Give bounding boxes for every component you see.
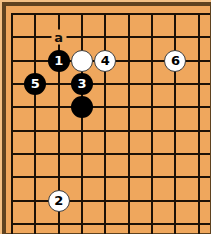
intersection-c1-r8 xyxy=(0,166,23,189)
intersection-c5-r10 xyxy=(94,212,117,234)
black-stone-3: 3 xyxy=(71,73,93,95)
intersection-c2-r9 xyxy=(24,189,47,212)
intersection-c9-r3 xyxy=(187,49,210,72)
intersection-c8-r8 xyxy=(164,166,187,189)
intersection-c1-r5 xyxy=(0,96,23,119)
intersection-c8-r1 xyxy=(164,2,187,25)
intersection-c3-r7 xyxy=(47,142,70,165)
intersection-c6-r7 xyxy=(117,142,140,165)
intersection-c3-r3: 1 xyxy=(47,49,70,72)
intersection-c8-r9 xyxy=(164,189,187,212)
intersection-c2-r1 xyxy=(24,2,47,25)
intersection-c7-r1 xyxy=(140,2,163,25)
intersection-c5-r6 xyxy=(94,119,117,142)
intersection-c8-r5 xyxy=(164,96,187,119)
white-stone-4: 4 xyxy=(94,50,116,72)
intersection-c7-r2 xyxy=(140,26,163,49)
intersection-c4-r2 xyxy=(70,26,93,49)
white-stone-6: 6 xyxy=(164,50,186,72)
intersection-c7-r3 xyxy=(140,49,163,72)
intersection-c4-r6 xyxy=(70,119,93,142)
intersection-c2-r3 xyxy=(24,49,47,72)
intersection-c1-r2 xyxy=(0,26,23,49)
intersection-c6-r3 xyxy=(117,49,140,72)
intersection-c9-r1 xyxy=(187,2,210,25)
intersection-c3-r9: 2 xyxy=(47,189,70,212)
intersection-c1-r7 xyxy=(0,142,23,165)
intersection-c8-r4 xyxy=(164,72,187,95)
intersection-c9-r5 xyxy=(187,96,210,119)
intersection-c1-r10 xyxy=(0,212,23,234)
black-stone-plain xyxy=(71,96,93,118)
black-stone-1: 1 xyxy=(48,50,70,72)
intersection-c8-r2 xyxy=(164,26,187,49)
intersection-c4-r10 xyxy=(70,212,93,234)
intersection-c7-r8 xyxy=(140,166,163,189)
intersection-c8-r3: 6 xyxy=(164,49,187,72)
intersection-c5-r7 xyxy=(94,142,117,165)
intersection-c3-r2: a xyxy=(47,26,70,49)
go-grid: a146532 xyxy=(0,2,210,234)
intersection-c4-r7 xyxy=(70,142,93,165)
intersection-c2-r5 xyxy=(24,96,47,119)
intersection-c9-r4 xyxy=(187,72,210,95)
intersection-c7-r7 xyxy=(140,142,163,165)
intersection-c3-r8 xyxy=(47,166,70,189)
intersection-c1-r4 xyxy=(0,72,23,95)
intersection-c6-r6 xyxy=(117,119,140,142)
intersection-c2-r10 xyxy=(24,212,47,234)
intersection-c8-r6 xyxy=(164,119,187,142)
intersection-c2-r8 xyxy=(24,166,47,189)
intersection-c7-r5 xyxy=(140,96,163,119)
intersection-c7-r4 xyxy=(140,72,163,95)
intersection-c8-r7 xyxy=(164,142,187,165)
intersection-c3-r6 xyxy=(47,119,70,142)
intersection-c3-r4 xyxy=(47,72,70,95)
intersection-c5-r4 xyxy=(94,72,117,95)
intersection-c6-r5 xyxy=(117,96,140,119)
intersection-c5-r1 xyxy=(94,2,117,25)
intersection-c9-r6 xyxy=(187,119,210,142)
intersection-c5-r3: 4 xyxy=(94,49,117,72)
intersection-c5-r9 xyxy=(94,189,117,212)
intersection-c2-r6 xyxy=(24,119,47,142)
white-stone-2: 2 xyxy=(48,190,70,212)
intersection-c9-r2 xyxy=(187,26,210,49)
intersection-c5-r5 xyxy=(94,96,117,119)
intersection-c4-r3 xyxy=(70,49,93,72)
intersection-c6-r9 xyxy=(117,189,140,212)
black-stone-5: 5 xyxy=(24,73,46,95)
intersection-c9-r9 xyxy=(187,189,210,212)
intersection-c1-r3 xyxy=(0,49,23,72)
intersection-c7-r9 xyxy=(140,189,163,212)
intersection-c3-r5 xyxy=(47,96,70,119)
intersection-c3-r1 xyxy=(47,2,70,25)
intersection-c2-r4: 5 xyxy=(24,72,47,95)
intersection-c1-r1 xyxy=(0,2,23,25)
intersection-c4-r9 xyxy=(70,189,93,212)
intersection-c3-r10 xyxy=(47,212,70,234)
intersection-c4-r5 xyxy=(70,96,93,119)
intersection-c9-r7 xyxy=(187,142,210,165)
go-board-diagram: a146532 xyxy=(0,0,211,234)
intersection-c4-r1 xyxy=(70,2,93,25)
intersection-c5-r2 xyxy=(94,26,117,49)
intersection-c1-r9 xyxy=(0,189,23,212)
intersection-c5-r8 xyxy=(94,166,117,189)
intersection-c7-r10 xyxy=(140,212,163,234)
intersection-c4-r8 xyxy=(70,166,93,189)
intersection-c6-r10 xyxy=(117,212,140,234)
intersection-c9-r8 xyxy=(187,166,210,189)
intersection-c2-r7 xyxy=(24,142,47,165)
intersection-c8-r10 xyxy=(164,212,187,234)
intersection-c6-r8 xyxy=(117,166,140,189)
intersection-c6-r1 xyxy=(117,2,140,25)
intersection-c6-r4 xyxy=(117,72,140,95)
point-label-a: a xyxy=(51,30,66,45)
intersection-c6-r2 xyxy=(117,26,140,49)
intersection-c1-r6 xyxy=(0,119,23,142)
intersection-c2-r2 xyxy=(24,26,47,49)
white-stone-plain xyxy=(71,50,93,72)
intersection-c4-r4: 3 xyxy=(70,72,93,95)
intersection-c9-r10 xyxy=(187,212,210,234)
intersection-c7-r6 xyxy=(140,119,163,142)
